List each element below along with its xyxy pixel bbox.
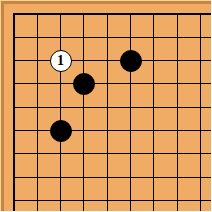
grid-cell bbox=[15, 178, 38, 201]
grid-cell bbox=[178, 108, 201, 131]
grid-cell bbox=[15, 201, 38, 211]
grid-cell bbox=[154, 61, 177, 84]
grid-cell bbox=[108, 178, 131, 201]
black-stone bbox=[73, 73, 95, 95]
grid-cell bbox=[15, 131, 38, 154]
grid-cell bbox=[131, 131, 154, 154]
grid-cell bbox=[38, 154, 61, 177]
white-stone-move-1: 1 bbox=[50, 50, 72, 72]
grid-cell bbox=[154, 201, 177, 211]
grid-cell bbox=[178, 131, 201, 154]
grid-cell bbox=[154, 15, 177, 38]
grid-cell bbox=[178, 178, 201, 201]
grid-cell bbox=[108, 15, 131, 38]
grid-cell bbox=[84, 108, 107, 131]
grid-cell bbox=[154, 38, 177, 61]
grid-cell bbox=[131, 15, 154, 38]
grid-cell bbox=[178, 154, 201, 177]
grid-cell bbox=[201, 84, 211, 107]
grid-cell bbox=[201, 131, 211, 154]
grid-cell bbox=[131, 108, 154, 131]
grid-cell bbox=[201, 201, 211, 211]
grid-cell bbox=[178, 15, 201, 38]
grid-cell bbox=[131, 84, 154, 107]
grid-cell bbox=[154, 108, 177, 131]
black-stone bbox=[120, 50, 142, 72]
grid-cell bbox=[15, 61, 38, 84]
grid-cell bbox=[178, 61, 201, 84]
grid-cell bbox=[201, 38, 211, 61]
grid-cell bbox=[15, 154, 38, 177]
grid-cell bbox=[84, 178, 107, 201]
grid-cell bbox=[154, 84, 177, 107]
black-stone bbox=[50, 120, 72, 142]
grid-cell bbox=[201, 108, 211, 131]
grid-cell bbox=[131, 201, 154, 211]
board-side-top bbox=[1, 1, 211, 4]
grid-cell bbox=[61, 15, 84, 38]
grid-cell bbox=[178, 201, 201, 211]
go-board: 1 bbox=[0, 0, 211, 211]
grid-cell bbox=[84, 38, 107, 61]
grid-cell bbox=[38, 15, 61, 38]
grid-cell bbox=[201, 15, 211, 38]
grid-cell bbox=[154, 131, 177, 154]
grid-cell bbox=[131, 178, 154, 201]
grid-cell bbox=[201, 61, 211, 84]
grid-cell bbox=[61, 154, 84, 177]
grid-cell bbox=[108, 154, 131, 177]
grid-cell bbox=[38, 84, 61, 107]
grid-cell bbox=[15, 108, 38, 131]
grid-cell bbox=[201, 178, 211, 201]
grid-cell bbox=[38, 201, 61, 211]
grid-cell bbox=[84, 15, 107, 38]
grid-cell bbox=[38, 178, 61, 201]
grid-cell bbox=[84, 201, 107, 211]
move-number-label: 1 bbox=[57, 53, 64, 67]
grid-cell bbox=[61, 201, 84, 211]
grid-cell bbox=[108, 201, 131, 211]
grid-cell bbox=[154, 154, 177, 177]
grid-cell bbox=[61, 178, 84, 201]
grid-cell bbox=[108, 108, 131, 131]
grid-cell bbox=[84, 131, 107, 154]
grid-cell bbox=[131, 154, 154, 177]
grid-cell bbox=[15, 84, 38, 107]
board-side-left bbox=[1, 1, 4, 211]
grid-cell bbox=[108, 131, 131, 154]
grid-cell bbox=[15, 38, 38, 61]
grid-cell bbox=[178, 38, 201, 61]
grid-cell bbox=[108, 84, 131, 107]
grid-cell bbox=[201, 154, 211, 177]
grid-cell bbox=[84, 154, 107, 177]
grid-cell bbox=[15, 15, 38, 38]
grid-cell bbox=[154, 178, 177, 201]
goban-grid bbox=[13, 13, 212, 212]
grid-cell bbox=[178, 84, 201, 107]
